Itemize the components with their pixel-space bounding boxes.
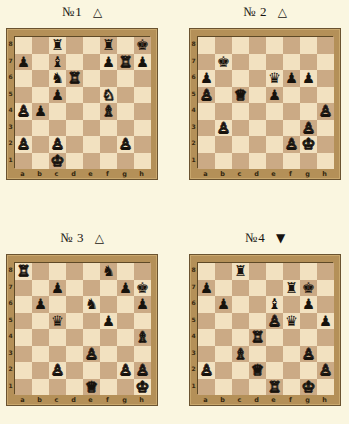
square-a1 (15, 153, 32, 170)
square-h3 (134, 346, 151, 363)
square-d1 (249, 379, 266, 396)
square-g7 (300, 54, 317, 71)
square-a1 (198, 153, 215, 170)
square-c6 (232, 70, 249, 87)
file-label-d: d (65, 396, 82, 404)
square-a3 (198, 346, 215, 363)
rank-label-5: 5 (190, 312, 197, 329)
square-f8 (283, 263, 300, 280)
white-rook-g7: ♖ (119, 54, 132, 69)
rank-label-7: 7 (7, 279, 14, 296)
rank-label-3: 3 (7, 345, 14, 362)
black-bishop-e6: ♝ (268, 297, 281, 312)
square-f1 (283, 379, 300, 396)
square-h6 (317, 296, 334, 313)
square-e7 (83, 280, 100, 297)
square-c3 (49, 120, 66, 137)
square-c5: ♕ (232, 87, 249, 104)
square-h3 (317, 120, 334, 137)
rank-label-2: 2 (7, 361, 14, 378)
square-g1 (300, 153, 317, 170)
diagram-1: №1 △ ♜♜♚♟♝♟♖♟♞♖♟♘♙♟♗♙♙♙♔ abcdefgh8765432… (6, 4, 159, 180)
diagram-3-number: № 3 (60, 230, 84, 245)
square-c6 (49, 296, 66, 313)
square-d4 (249, 103, 266, 120)
square-e4 (266, 329, 283, 346)
square-d5 (66, 87, 83, 104)
square-b7: ♚ (215, 54, 232, 71)
square-d3 (249, 120, 266, 137)
square-f6: ♟ (283, 70, 300, 87)
square-b3 (32, 120, 49, 137)
square-h2 (134, 136, 151, 153)
square-g2 (300, 362, 317, 379)
white-queen-e1: ♕ (85, 379, 98, 394)
file-label-f: f (99, 396, 116, 404)
square-f5: ♟ (100, 313, 117, 330)
square-e4 (266, 103, 283, 120)
square-d3 (66, 346, 83, 363)
square-f3 (100, 120, 117, 137)
rank-label-8: 8 (7, 262, 14, 279)
square-g2: ♙ (117, 362, 134, 379)
square-g6 (117, 296, 134, 313)
square-h3 (317, 346, 334, 363)
square-c7: ♝ (49, 54, 66, 71)
square-e3 (266, 120, 283, 137)
rank-label-1: 1 (7, 152, 14, 169)
diagram-4: №4 ▼ ♜♟♜♚♟♝♟♙♛♟♖♗♙♙♕♙♖♔ abcdefgh87654321 (189, 230, 342, 406)
diagram-2-board: ♚♟♛♟♟♙♕♟♙♙♙♙♔ (197, 36, 333, 168)
square-b7 (32, 280, 49, 297)
square-a6 (198, 296, 215, 313)
square-h4: ♗ (134, 329, 151, 346)
rank-label-2: 2 (7, 135, 14, 152)
rank-label-4: 4 (7, 328, 14, 345)
square-f7: ♟ (100, 54, 117, 71)
square-b5 (215, 313, 232, 330)
square-a5: ♙ (198, 87, 215, 104)
square-b7 (32, 54, 49, 71)
square-g3: ♙ (300, 346, 317, 363)
square-c1 (49, 379, 66, 396)
square-h6 (317, 70, 334, 87)
white-pawn-g3: ♙ (302, 120, 315, 135)
square-b1 (32, 153, 49, 170)
square-c1 (232, 379, 249, 396)
diagram-4-board-frame: ♜♟♜♚♟♝♟♙♛♟♖♗♙♙♕♙♖♔ abcdefgh87654321 (189, 254, 341, 406)
square-h4 (134, 103, 151, 120)
rank-label-7: 7 (190, 279, 197, 296)
square-d7 (66, 280, 83, 297)
white-king-g2: ♔ (302, 137, 315, 152)
file-label-b: b (214, 170, 231, 178)
square-c1: ♔ (49, 153, 66, 170)
square-e8 (83, 263, 100, 280)
rank-label-6: 6 (190, 69, 197, 86)
square-d8 (249, 37, 266, 54)
square-b1 (215, 379, 232, 396)
square-b8 (32, 263, 49, 280)
square-h8: ♚ (134, 37, 151, 54)
rank-label-8: 8 (190, 36, 197, 53)
square-c8: ♜ (49, 37, 66, 54)
square-h1: ♔ (134, 379, 151, 396)
black-pawn-g6: ♟ (302, 71, 315, 86)
square-h5 (134, 313, 151, 330)
square-d7 (249, 280, 266, 297)
square-e8 (83, 37, 100, 54)
square-b7 (215, 280, 232, 297)
black-queen-e6: ♛ (268, 71, 281, 86)
square-d2 (66, 362, 83, 379)
file-label-f: f (99, 170, 116, 178)
square-b2 (215, 136, 232, 153)
square-d3 (249, 346, 266, 363)
file-label-c: c (231, 170, 248, 178)
square-d6 (249, 70, 266, 87)
square-g6: ♟ (300, 70, 317, 87)
square-f5 (283, 87, 300, 104)
white-pawn-h4: ♙ (319, 104, 332, 119)
square-f1 (100, 153, 117, 170)
file-label-e: e (265, 396, 282, 404)
square-c6 (232, 296, 249, 313)
square-h2: ♙ (134, 362, 151, 379)
square-f5: ♘ (100, 87, 117, 104)
white-pawn-c2: ♙ (51, 137, 64, 152)
white-rook-a8: ♖ (17, 264, 30, 279)
white-pawn-b3: ♙ (217, 120, 230, 135)
square-h4 (317, 329, 334, 346)
square-e1: ♖ (266, 379, 283, 396)
white-pawn-h2: ♙ (136, 363, 149, 378)
square-f8 (283, 37, 300, 54)
diagram-3: № 3 △ ♖♞♟♟♚♟♞♟♛♟♗♙♙♙♙♕♔ abcdefgh87654321 (6, 230, 159, 406)
square-a2: ♙ (198, 362, 215, 379)
diagram-3-board-frame: ♖♞♟♟♚♟♞♟♛♟♗♙♙♙♙♕♔ abcdefgh87654321 (6, 254, 158, 406)
white-pawn-e3: ♙ (85, 346, 98, 361)
square-a6 (15, 296, 32, 313)
square-d6 (249, 296, 266, 313)
white-pawn-c2: ♙ (51, 363, 64, 378)
black-pawn-b6: ♟ (217, 297, 230, 312)
diagram-4-header: №4 ▼ (189, 230, 342, 250)
diagram-1-board-frame: ♜♜♚♟♝♟♖♟♞♖♟♘♙♟♗♙♙♙♔ abcdefgh87654321 (6, 28, 158, 180)
square-f3 (100, 346, 117, 363)
square-e4 (83, 103, 100, 120)
black-pawn-a6: ♟ (200, 71, 213, 86)
white-king-c1: ♔ (51, 153, 64, 168)
square-e6: ♝ (266, 296, 283, 313)
square-f6 (100, 70, 117, 87)
square-d1 (66, 153, 83, 170)
square-d7 (249, 54, 266, 71)
white-king-h1: ♔ (136, 379, 149, 394)
square-g5 (117, 313, 134, 330)
white-to-move-icon: △ (95, 231, 105, 245)
square-b1 (215, 153, 232, 170)
square-g1: ♔ (300, 379, 317, 396)
square-g4 (300, 103, 317, 120)
square-d2 (249, 136, 266, 153)
rank-label-5: 5 (7, 86, 14, 103)
square-h2: ♙ (317, 362, 334, 379)
square-e5: ♙ (266, 313, 283, 330)
square-c5: ♟ (49, 87, 66, 104)
square-h2 (317, 136, 334, 153)
rank-label-1: 1 (190, 152, 197, 169)
white-rook-e1: ♖ (268, 379, 281, 394)
black-pawn-g7: ♟ (119, 280, 132, 295)
square-c4 (232, 103, 249, 120)
square-a5 (15, 87, 32, 104)
square-e3 (83, 120, 100, 137)
rank-label-8: 8 (7, 36, 14, 53)
square-g5 (117, 87, 134, 104)
square-b8 (215, 263, 232, 280)
square-f2 (100, 136, 117, 153)
square-d8 (66, 263, 83, 280)
rank-label-5: 5 (190, 86, 197, 103)
black-pawn-e5: ♟ (268, 87, 281, 102)
square-e6: ♞ (83, 296, 100, 313)
square-g8 (117, 263, 134, 280)
square-c6: ♞ (49, 70, 66, 87)
file-label-b: b (214, 396, 231, 404)
black-king-b7: ♚ (217, 54, 230, 69)
square-a6: ♟ (198, 70, 215, 87)
square-f4 (283, 329, 300, 346)
file-label-a: a (14, 170, 31, 178)
square-h8 (317, 263, 334, 280)
square-a6 (15, 70, 32, 87)
square-h1 (134, 153, 151, 170)
square-c5 (232, 313, 249, 330)
diagram-2-board-frame: ♚♟♛♟♟♙♕♟♙♙♙♙♔ abcdefgh87654321 (189, 28, 341, 180)
black-pawn-h6: ♟ (136, 297, 149, 312)
square-g7: ♚ (300, 280, 317, 297)
square-b3 (215, 346, 232, 363)
black-king-h7: ♚ (136, 280, 149, 295)
square-d2 (66, 136, 83, 153)
diagram-3-board: ♖♞♟♟♚♟♞♟♛♟♗♙♙♙♙♕♔ (14, 262, 150, 394)
black-pawn-h7: ♟ (136, 54, 149, 69)
square-f5: ♛ (283, 313, 300, 330)
square-d2: ♕ (249, 362, 266, 379)
square-c1 (232, 153, 249, 170)
file-label-h: h (133, 396, 150, 404)
black-rook-c8: ♜ (51, 38, 64, 53)
square-e1 (266, 153, 283, 170)
square-c7 (232, 280, 249, 297)
square-c4 (49, 329, 66, 346)
white-to-move-icon: △ (93, 5, 103, 19)
square-e2 (266, 362, 283, 379)
file-label-h: h (316, 396, 333, 404)
square-f4 (283, 103, 300, 120)
square-g1 (117, 379, 134, 396)
black-queen-c5: ♛ (51, 313, 64, 328)
square-b5 (215, 87, 232, 104)
square-b4 (32, 329, 49, 346)
diagram-4-board: ♜♟♜♚♟♝♟♙♛♟♖♗♙♙♕♙♖♔ (197, 262, 333, 394)
square-d4 (66, 329, 83, 346)
square-f8: ♜ (100, 37, 117, 54)
white-pawn-g2: ♙ (119, 137, 132, 152)
black-to-move-icon: ▼ (276, 231, 286, 245)
square-g8 (117, 37, 134, 54)
white-pawn-e5: ♙ (268, 313, 281, 328)
white-pawn-f2: ♙ (285, 137, 298, 152)
square-a5 (198, 313, 215, 330)
diagram-1-header: №1 △ (6, 4, 159, 24)
square-f4: ♗ (100, 103, 117, 120)
file-label-c: c (48, 170, 65, 178)
square-a1 (198, 379, 215, 396)
square-f7: ♜ (283, 280, 300, 297)
square-e8 (266, 37, 283, 54)
square-d8 (66, 37, 83, 54)
rank-label-5: 5 (7, 312, 14, 329)
square-d4: ♖ (249, 329, 266, 346)
square-e1 (83, 153, 100, 170)
square-g5 (300, 87, 317, 104)
square-f1 (100, 379, 117, 396)
square-g6 (117, 70, 134, 87)
white-king-g1: ♔ (302, 379, 315, 394)
rank-label-1: 1 (7, 378, 14, 395)
square-b4 (215, 329, 232, 346)
square-b5 (32, 313, 49, 330)
white-queen-c5: ♕ (234, 87, 247, 102)
square-a2: ♙ (15, 136, 32, 153)
white-pawn-a4: ♙ (17, 104, 30, 119)
square-g8 (300, 263, 317, 280)
square-a2 (198, 136, 215, 153)
square-g3: ♙ (300, 120, 317, 137)
square-g3 (117, 346, 134, 363)
square-a2 (15, 362, 32, 379)
file-label-e: e (82, 396, 99, 404)
square-f4 (100, 329, 117, 346)
square-f2 (100, 362, 117, 379)
square-g6: ♟ (300, 296, 317, 313)
square-c7: ♟ (49, 280, 66, 297)
square-g1 (117, 153, 134, 170)
file-label-b: b (31, 170, 48, 178)
white-bishop-h4: ♗ (136, 330, 149, 345)
white-queen-d2: ♕ (251, 363, 264, 378)
white-pawn-a2: ♙ (17, 137, 30, 152)
diagram-1-board: ♜♜♚♟♝♟♖♟♞♖♟♘♙♟♗♙♙♙♔ (14, 36, 150, 168)
square-c4 (49, 103, 66, 120)
square-a4: ♙ (15, 103, 32, 120)
square-c3 (49, 346, 66, 363)
white-rook-d6: ♖ (68, 71, 81, 86)
white-bishop-f4: ♗ (102, 104, 115, 119)
file-label-e: e (82, 170, 99, 178)
square-e7 (266, 280, 283, 297)
square-h7: ♚ (134, 280, 151, 297)
square-c3: ♗ (232, 346, 249, 363)
square-e2 (83, 136, 100, 153)
square-a3 (15, 346, 32, 363)
square-d7 (66, 54, 83, 71)
file-label-d: d (248, 396, 265, 404)
white-pawn-h2: ♙ (319, 363, 332, 378)
black-knight-e6: ♞ (85, 297, 98, 312)
square-c7 (232, 54, 249, 71)
file-label-a: a (14, 396, 31, 404)
square-b8 (32, 37, 49, 54)
square-h5 (317, 87, 334, 104)
rank-label-3: 3 (190, 345, 197, 362)
square-h8 (134, 263, 151, 280)
square-d4 (66, 103, 83, 120)
file-label-f: f (282, 170, 299, 178)
square-e6 (83, 70, 100, 87)
rank-label-2: 2 (190, 361, 197, 378)
rank-label-3: 3 (7, 119, 14, 136)
square-a8 (198, 263, 215, 280)
rank-label-4: 4 (190, 102, 197, 119)
file-label-a: a (197, 396, 214, 404)
black-knight-f8: ♞ (102, 264, 115, 279)
black-king-g7: ♚ (302, 280, 315, 295)
square-e2 (83, 362, 100, 379)
file-label-c: c (48, 396, 65, 404)
rank-label-6: 6 (7, 69, 14, 86)
square-c2: ♙ (49, 136, 66, 153)
black-bishop-c7: ♝ (51, 54, 64, 69)
rank-label-7: 7 (190, 53, 197, 70)
square-d8 (249, 263, 266, 280)
white-pawn-a5: ♙ (200, 87, 213, 102)
black-pawn-a7: ♟ (200, 280, 213, 295)
square-b2 (32, 136, 49, 153)
square-b5 (32, 87, 49, 104)
square-e1: ♕ (83, 379, 100, 396)
black-rook-f8: ♜ (102, 38, 115, 53)
square-c2 (232, 362, 249, 379)
rank-label-4: 4 (7, 102, 14, 119)
file-label-g: g (116, 170, 133, 178)
file-label-b: b (31, 396, 48, 404)
square-a3 (198, 120, 215, 137)
black-pawn-h5: ♟ (319, 313, 332, 328)
square-h4: ♙ (317, 103, 334, 120)
square-d6 (66, 296, 83, 313)
black-pawn-b6: ♟ (34, 297, 47, 312)
rank-label-4: 4 (190, 328, 197, 345)
square-c8 (49, 263, 66, 280)
square-a4 (198, 103, 215, 120)
square-e4 (83, 329, 100, 346)
square-f2 (283, 362, 300, 379)
square-b3: ♙ (215, 120, 232, 137)
square-f1 (283, 153, 300, 170)
square-e3: ♙ (83, 346, 100, 363)
square-c8: ♜ (232, 263, 249, 280)
black-rook-c8: ♜ (234, 264, 247, 279)
square-a7 (15, 280, 32, 297)
square-c4 (232, 329, 249, 346)
black-pawn-f7: ♟ (102, 54, 115, 69)
square-h6: ♟ (134, 296, 151, 313)
white-to-move-icon: △ (278, 5, 288, 19)
square-g8 (300, 37, 317, 54)
